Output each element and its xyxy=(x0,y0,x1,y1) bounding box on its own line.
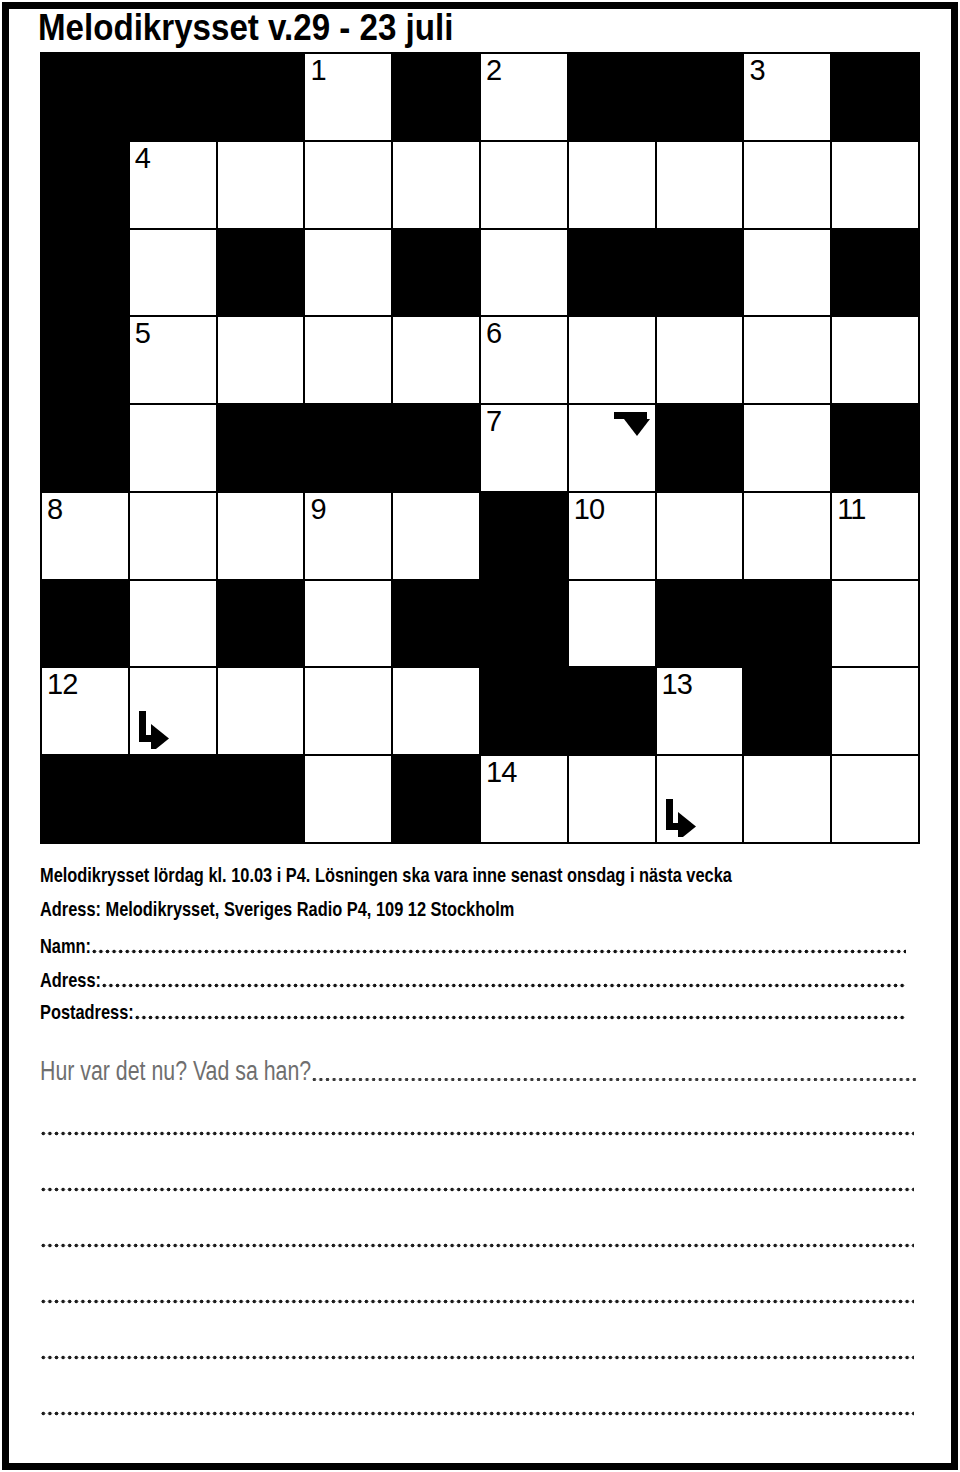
answer-cell-r2c10[interactable] xyxy=(832,142,918,228)
black-cell-r4c1 xyxy=(42,317,128,403)
clue-number-4: 4 xyxy=(135,144,150,173)
black-cell-r1c10 xyxy=(832,54,918,140)
answer-cell-r8c4[interactable] xyxy=(305,668,391,754)
answer-cell-r5c2[interactable] xyxy=(130,405,216,491)
answer-cell-r8c5[interactable] xyxy=(393,668,479,754)
address-write-line xyxy=(101,982,906,989)
mailing-address-text: Adress: Melodikrysset, Sveriges Radio P4… xyxy=(40,896,514,921)
page-title-text: Melodikrysset v.29 - 23 juli xyxy=(38,8,453,48)
clue-number-12: 12 xyxy=(47,670,77,699)
answer-cell-r4c4[interactable] xyxy=(305,317,391,403)
turn-right-arrow-icon xyxy=(136,711,169,749)
black-cell-r9c3 xyxy=(218,756,304,842)
black-cell-r5c10 xyxy=(832,405,918,491)
answer-cell-r6c3[interactable] xyxy=(218,493,304,579)
answer-cell-r7c2[interactable] xyxy=(130,581,216,667)
clue-number-8: 8 xyxy=(47,495,62,524)
black-cell-r3c10 xyxy=(832,230,918,316)
black-cell-r3c5 xyxy=(393,230,479,316)
answer-cell-r4c7[interactable] xyxy=(569,317,655,403)
answer-cell-r8c10[interactable] xyxy=(832,668,918,754)
answer-cell-r2c9[interactable] xyxy=(744,142,830,228)
black-cell-r6c6 xyxy=(481,493,567,579)
answer-cell-r3c4[interactable] xyxy=(305,230,391,316)
black-cell-r8c7 xyxy=(569,668,655,754)
answer-cell-r3c2[interactable] xyxy=(130,230,216,316)
answer-cell-r2c5[interactable] xyxy=(393,142,479,228)
black-cell-r5c8 xyxy=(657,405,743,491)
answer-cell-r6c7[interactable]: 10 xyxy=(569,493,655,579)
answer-cell-r9c7[interactable] xyxy=(569,756,655,842)
answer-cell-r2c4[interactable] xyxy=(305,142,391,228)
answer-cell-r9c9[interactable] xyxy=(744,756,830,842)
dotted-writing-line xyxy=(40,1298,914,1305)
answer-cell-r1c4[interactable]: 1 xyxy=(305,54,391,140)
black-cell-r2c1 xyxy=(42,142,128,228)
answer-cell-r9c6[interactable]: 14 xyxy=(481,756,567,842)
answer-cell-r9c4[interactable] xyxy=(305,756,391,842)
clue-number-13: 13 xyxy=(662,670,692,699)
black-cell-r7c8 xyxy=(657,581,743,667)
answer-cell-r2c8[interactable] xyxy=(657,142,743,228)
clue-number-7: 7 xyxy=(486,407,501,436)
address-label: Adress: xyxy=(40,967,101,992)
clue-number-9: 9 xyxy=(310,495,325,524)
black-cell-r1c2 xyxy=(130,54,216,140)
answer-cell-r2c7[interactable] xyxy=(569,142,655,228)
name-field-line: Namn: xyxy=(40,933,906,958)
answer-cell-r4c10[interactable] xyxy=(832,317,918,403)
answer-cell-r2c3[interactable] xyxy=(218,142,304,228)
answer-cell-r6c10[interactable]: 11 xyxy=(832,493,918,579)
page-title: Melodikrysset v.29 - 23 juli xyxy=(38,8,453,48)
question-write-line xyxy=(311,1076,916,1083)
answer-cell-r4c3[interactable] xyxy=(218,317,304,403)
black-cell-r3c1 xyxy=(42,230,128,316)
answer-cell-r6c5[interactable] xyxy=(393,493,479,579)
answer-cell-r4c5[interactable] xyxy=(393,317,479,403)
postal-address-field-line: Postadress: xyxy=(40,999,906,1024)
dotted-writing-line xyxy=(40,1354,914,1361)
clue-number-14: 14 xyxy=(486,758,516,787)
answer-cell-r8c2[interactable] xyxy=(130,668,216,754)
answer-cell-r7c7[interactable] xyxy=(569,581,655,667)
name-write-line xyxy=(91,948,906,955)
black-cell-r9c5 xyxy=(393,756,479,842)
black-cell-r7c3 xyxy=(218,581,304,667)
postal-address-write-line xyxy=(134,1014,906,1021)
name-label: Namn: xyxy=(40,933,91,958)
black-cell-r3c8 xyxy=(657,230,743,316)
answer-cell-r6c2[interactable] xyxy=(130,493,216,579)
answer-cell-r1c6[interactable]: 2 xyxy=(481,54,567,140)
black-cell-r8c6 xyxy=(481,668,567,754)
black-cell-r1c7 xyxy=(569,54,655,140)
mailing-address-line: Adress: Melodikrysset, Sveriges Radio P4… xyxy=(40,896,514,921)
black-cell-r9c1 xyxy=(42,756,128,842)
postal-address-label: Postadress: xyxy=(40,999,134,1024)
answer-cell-r9c8[interactable] xyxy=(657,756,743,842)
black-cell-r5c4 xyxy=(305,405,391,491)
black-cell-r5c3 xyxy=(218,405,304,491)
clue-number-3: 3 xyxy=(749,56,764,85)
black-cell-r1c8 xyxy=(657,54,743,140)
black-cell-r5c5 xyxy=(393,405,479,491)
answer-cell-r4c9[interactable] xyxy=(744,317,830,403)
answer-cell-r3c9[interactable] xyxy=(744,230,830,316)
black-cell-r7c9 xyxy=(744,581,830,667)
answer-cell-r4c8[interactable] xyxy=(657,317,743,403)
answer-cell-r8c8[interactable]: 13 xyxy=(657,668,743,754)
black-cell-r3c7 xyxy=(569,230,655,316)
answer-cell-r6c8[interactable] xyxy=(657,493,743,579)
broadcast-info-line: Melodikrysset lördag kl. 10.03 i P4. Lös… xyxy=(40,862,732,887)
answer-cell-r7c10[interactable] xyxy=(832,581,918,667)
black-cell-r1c5 xyxy=(393,54,479,140)
clue-number-6: 6 xyxy=(486,319,501,348)
dotted-writing-line xyxy=(40,1242,914,1249)
answer-cell-r5c6[interactable]: 7 xyxy=(481,405,567,491)
clue-number-2: 2 xyxy=(486,56,501,85)
answer-cell-r3c6[interactable] xyxy=(481,230,567,316)
answer-cell-r8c3[interactable] xyxy=(218,668,304,754)
black-cell-r1c1 xyxy=(42,54,128,140)
puzzle-sheet: Melodikrysset v.29 - 23 juli 12345678910… xyxy=(0,0,960,1472)
answer-cell-r9c10[interactable] xyxy=(832,756,918,842)
address-field-line: Adress: xyxy=(40,967,906,992)
turn-down-arrow-icon xyxy=(614,410,651,437)
answer-cell-r2c2[interactable]: 4 xyxy=(130,142,216,228)
answer-cell-r6c9[interactable] xyxy=(744,493,830,579)
black-cell-r7c1 xyxy=(42,581,128,667)
answer-cell-r1c9[interactable]: 3 xyxy=(744,54,830,140)
turn-right-arrow-icon xyxy=(663,799,696,837)
question-prompt-line: Hur var det nu? Vad sa han? xyxy=(40,1056,916,1087)
crossword-grid: 1234567891011121314 xyxy=(40,52,920,844)
black-cell-r1c3 xyxy=(218,54,304,140)
black-cell-r3c3 xyxy=(218,230,304,316)
answer-cell-r5c7[interactable] xyxy=(569,405,655,491)
question-prompt-text: Hur var det nu? Vad sa han? xyxy=(40,1056,311,1087)
clue-number-10: 10 xyxy=(574,495,604,524)
answer-cell-r4c6[interactable]: 6 xyxy=(481,317,567,403)
dotted-writing-line xyxy=(40,1410,914,1417)
answer-cell-r6c1[interactable]: 8 xyxy=(42,493,128,579)
clue-number-11: 11 xyxy=(837,495,865,524)
answer-cell-r4c2[interactable]: 5 xyxy=(130,317,216,403)
black-cell-r8c9 xyxy=(744,668,830,754)
clue-number-5: 5 xyxy=(135,319,150,348)
answer-cell-r7c4[interactable] xyxy=(305,581,391,667)
black-cell-r9c2 xyxy=(130,756,216,842)
clue-number-1: 1 xyxy=(310,56,325,85)
black-cell-r7c6 xyxy=(481,581,567,667)
broadcast-info-text: Melodikrysset lördag kl. 10.03 i P4. Lös… xyxy=(40,862,732,887)
answer-cell-r6c4[interactable]: 9 xyxy=(305,493,391,579)
black-cell-r5c1 xyxy=(42,405,128,491)
answer-cell-r8c1[interactable]: 12 xyxy=(42,668,128,754)
dotted-writing-line xyxy=(40,1186,914,1193)
black-cell-r7c5 xyxy=(393,581,479,667)
answer-cell-r5c9[interactable] xyxy=(744,405,830,491)
dotted-writing-line xyxy=(40,1130,914,1137)
answer-cell-r2c6[interactable] xyxy=(481,142,567,228)
